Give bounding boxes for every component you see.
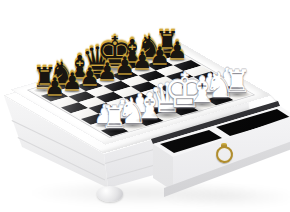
piece-shadow <box>50 82 75 88</box>
piece-shadow <box>33 88 56 93</box>
piece-shadow <box>115 73 134 78</box>
piece-shadow <box>168 57 187 62</box>
piece-shadow <box>67 77 93 83</box>
piece-shadow <box>94 123 115 128</box>
piece-shadow <box>133 68 152 73</box>
piece-shadow <box>150 63 169 68</box>
piece-shadow <box>98 78 117 83</box>
piece-shadow <box>156 51 179 56</box>
piece-shadow <box>137 56 162 62</box>
piece-shadow <box>80 83 99 88</box>
piece-shadow <box>224 91 250 97</box>
piece-shadow <box>45 94 64 99</box>
piece-shadow <box>119 61 145 67</box>
piece-shadow <box>63 89 82 94</box>
piece-shadow <box>102 128 128 134</box>
chess-set-photo: ♜♞♝♛♚♝♞♜♟♟♟♟♟♟♟♟♟♟♟♟♟♟♟♟♜♞♝♛♚♝♞♜ White l… <box>0 0 290 212</box>
pieces-layer: ♜♞♝♛♚♝♞♜♟♟♟♟♟♟♟♟♟♟♟♟♟♟♟♟♜♞♝♛♚♝♞♜ <box>0 0 290 212</box>
